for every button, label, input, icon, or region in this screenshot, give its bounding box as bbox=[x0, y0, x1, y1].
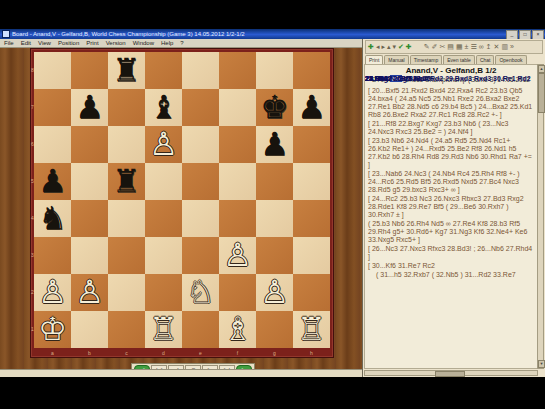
menu-item-print[interactable]: Print bbox=[86, 39, 98, 48]
hscroll-thumb[interactable] bbox=[435, 371, 465, 377]
black-pawn-piece: ♟ bbox=[260, 126, 289, 163]
tab-openbook[interactable]: Openbook bbox=[495, 55, 526, 64]
black-rook-piece: ♜ bbox=[112, 52, 141, 89]
white-pawn-piece: ♙ bbox=[223, 237, 252, 274]
notation-tabs: PrintManualTimestampEven tableChatOpenbo… bbox=[365, 55, 543, 64]
black-knight-piece: ♞ bbox=[38, 200, 67, 237]
white-pawn-piece: ♙ bbox=[38, 274, 67, 311]
square-f3[interactable]: ♙ bbox=[219, 237, 256, 274]
square-a5[interactable]: ♟ bbox=[34, 163, 71, 200]
square-d6[interactable]: ♙ bbox=[145, 126, 182, 163]
square-c3[interactable] bbox=[108, 237, 145, 274]
board-area: FileEditViewPositionPrintVersionWindowHe… bbox=[0, 39, 362, 377]
cut-icon[interactable]: ✂ bbox=[439, 41, 445, 53]
square-a4[interactable]: ♞ bbox=[34, 200, 71, 237]
square-d8[interactable] bbox=[145, 52, 182, 89]
square-e6[interactable] bbox=[182, 126, 219, 163]
notation-panel: ✚◂▸▴▾✔✚✎✐✂▤▦±☰∞↥✕▥» PrintManualTimestamp… bbox=[362, 39, 545, 377]
menu-item-version[interactable]: Version bbox=[106, 39, 126, 48]
tab-timestamp[interactable]: Timestamp bbox=[410, 55, 443, 64]
square-h3[interactable] bbox=[293, 237, 330, 274]
title-bar: Board - Anand,V - Gelfand,B, World Chess… bbox=[0, 29, 545, 39]
comment-icon[interactable]: ☰ bbox=[470, 41, 476, 53]
symbol-icon[interactable]: ± bbox=[465, 41, 469, 53]
promote-icon[interactable]: ↥ bbox=[486, 41, 492, 53]
square-f8[interactable] bbox=[219, 52, 256, 89]
white-rook-piece: ♖ bbox=[149, 311, 178, 348]
square-f6[interactable] bbox=[219, 126, 256, 163]
square-c8[interactable]: ♜ bbox=[108, 52, 145, 89]
square-e1[interactable] bbox=[182, 311, 219, 348]
square-e7[interactable] bbox=[182, 89, 219, 126]
square-c5[interactable]: ♜ bbox=[108, 163, 145, 200]
square-h7[interactable]: ♟ bbox=[293, 89, 330, 126]
file-label-e: e bbox=[182, 349, 219, 357]
square-f2[interactable] bbox=[219, 274, 256, 311]
file-label-c: c bbox=[108, 349, 145, 357]
square-h4[interactable] bbox=[293, 200, 330, 237]
square-b7[interactable]: ♟ bbox=[71, 89, 108, 126]
square-b4[interactable] bbox=[71, 200, 108, 237]
scroll-down-icon[interactable]: ▼ bbox=[538, 360, 545, 368]
tab-print[interactable]: Print bbox=[365, 55, 383, 64]
white-knight-piece: ♘ bbox=[186, 274, 215, 311]
pencil2-icon[interactable]: ✐ bbox=[432, 41, 438, 53]
square-d7[interactable]: ♝ bbox=[145, 89, 182, 126]
scroll-thumb[interactable] bbox=[538, 73, 545, 113]
tab-even-table[interactable]: Even table bbox=[443, 55, 475, 64]
file-label-f: f bbox=[219, 349, 256, 357]
white-pawn-piece: ♙ bbox=[260, 274, 289, 311]
menu-item-position[interactable]: Position bbox=[58, 39, 79, 48]
menu-item-file[interactable]: File bbox=[4, 39, 14, 48]
window-title: Board - Anand,V - Gelfand,B, World Chess… bbox=[12, 29, 482, 39]
square-a7[interactable] bbox=[34, 89, 71, 126]
ok-icon[interactable]: ✔ bbox=[398, 41, 404, 53]
square-g3[interactable] bbox=[256, 237, 293, 274]
menu-item-edit[interactable]: Edit bbox=[21, 39, 31, 48]
insert-icon[interactable]: ✚ bbox=[406, 41, 412, 53]
square-h2[interactable] bbox=[293, 274, 330, 311]
square-b3[interactable] bbox=[71, 237, 108, 274]
file-label-g: g bbox=[256, 349, 293, 357]
square-g6[interactable]: ♟ bbox=[256, 126, 293, 163]
square-c6[interactable] bbox=[108, 126, 145, 163]
copy-icon[interactable]: ▤ bbox=[447, 41, 454, 53]
up-icon[interactable]: ▴ bbox=[387, 41, 391, 53]
square-a1[interactable]: ♔ bbox=[34, 311, 71, 348]
horizontal-scrollbar[interactable] bbox=[364, 370, 538, 376]
black-bishop-piece: ♝ bbox=[149, 89, 178, 126]
application-window: Board - Anand,V - Gelfand,B, World Chess… bbox=[0, 29, 545, 377]
menu-item-window[interactable]: Window bbox=[133, 39, 154, 48]
square-e5[interactable] bbox=[182, 163, 219, 200]
square-c4[interactable] bbox=[108, 200, 145, 237]
tab-manual[interactable]: Manual bbox=[384, 55, 408, 64]
delete-icon[interactable]: ✕ bbox=[494, 41, 500, 53]
square-f7[interactable] bbox=[219, 89, 256, 126]
square-c7[interactable] bbox=[108, 89, 145, 126]
square-e4[interactable] bbox=[182, 200, 219, 237]
square-g4[interactable] bbox=[256, 200, 293, 237]
square-h6[interactable] bbox=[293, 126, 330, 163]
square-e8[interactable] bbox=[182, 52, 219, 89]
square-a6[interactable] bbox=[34, 126, 71, 163]
square-g2[interactable]: ♙ bbox=[256, 274, 293, 311]
new-variation-icon[interactable]: ✚ bbox=[368, 41, 374, 53]
square-c1[interactable] bbox=[108, 311, 145, 348]
square-b2[interactable]: ♙ bbox=[71, 274, 108, 311]
square-h5[interactable] bbox=[293, 163, 330, 200]
square-f4[interactable] bbox=[219, 200, 256, 237]
black-rook-piece: ♜ bbox=[112, 163, 141, 200]
square-f5[interactable] bbox=[219, 163, 256, 200]
menu-item-help2[interactable]: ? bbox=[180, 39, 183, 48]
square-h1[interactable]: ♖ bbox=[293, 311, 330, 348]
mainline-moves[interactable]: 27.Rb1 Nd3 28.Nd4 Rd2 29.Bxd3 Rxd3 30.Re… bbox=[365, 75, 538, 369]
file-labels: abcdefgh bbox=[34, 349, 330, 357]
paste-icon[interactable]: ▦ bbox=[456, 41, 463, 53]
black-pawn-piece: ♟ bbox=[75, 89, 104, 126]
square-g1[interactable] bbox=[256, 311, 293, 348]
square-d5[interactable] bbox=[145, 163, 182, 200]
square-c2[interactable] bbox=[108, 274, 145, 311]
menu-bar: FileEditViewPositionPrintVersionWindowHe… bbox=[0, 39, 362, 48]
white-pawn-piece: ♙ bbox=[75, 274, 104, 311]
more-icon[interactable]: » bbox=[510, 41, 514, 53]
square-b5[interactable] bbox=[71, 163, 108, 200]
square-b8[interactable] bbox=[71, 52, 108, 89]
scroll-up-icon[interactable]: ▲ bbox=[538, 65, 545, 73]
square-d3[interactable] bbox=[145, 237, 182, 274]
table-icon[interactable]: ▥ bbox=[501, 41, 508, 53]
square-g5[interactable] bbox=[256, 163, 293, 200]
file-label-h: h bbox=[293, 349, 330, 357]
down-icon[interactable]: ▾ bbox=[392, 41, 396, 53]
black-pawn-piece: ♟ bbox=[297, 89, 326, 126]
square-e2[interactable]: ♘ bbox=[182, 274, 219, 311]
square-h8[interactable] bbox=[293, 52, 330, 89]
square-f1[interactable]: ♗ bbox=[219, 311, 256, 348]
back-icon[interactable]: ◂ bbox=[376, 41, 380, 53]
vertical-scrollbar[interactable]: ▲ ▼ bbox=[537, 64, 544, 369]
white-pawn-piece: ♙ bbox=[149, 126, 178, 163]
black-pawn-piece: ♟ bbox=[38, 163, 67, 200]
square-d4[interactable] bbox=[145, 200, 182, 237]
square-g7[interactable]: ♚ bbox=[256, 89, 293, 126]
annotate-icon[interactable]: ✎ bbox=[424, 41, 430, 53]
app-icon bbox=[2, 30, 10, 38]
notation-toolbar: ✚◂▸▴▾✔✚✎✐✂▤▦±☰∞↥✕▥» bbox=[365, 40, 543, 54]
square-d1[interactable]: ♖ bbox=[145, 311, 182, 348]
tab-chat[interactable]: Chat bbox=[476, 55, 495, 64]
file-label-a: a bbox=[34, 349, 71, 357]
file-label-d: d bbox=[145, 349, 182, 357]
status-bar: C4D: Import Completely restricted Get my… bbox=[0, 369, 362, 377]
square-a8[interactable] bbox=[34, 52, 71, 89]
eval-icon[interactable]: ∞ bbox=[479, 41, 484, 53]
menu-item-view[interactable]: View bbox=[38, 39, 51, 48]
square-d2[interactable] bbox=[145, 274, 182, 311]
white-rook-piece: ♖ bbox=[297, 311, 326, 348]
notation-body: Anand,V - Gelfand,B 1/2 D70 World Chess … bbox=[364, 64, 538, 369]
square-b1[interactable] bbox=[71, 311, 108, 348]
square-a2[interactable]: ♙ bbox=[34, 274, 71, 311]
file-label-b: b bbox=[71, 349, 108, 357]
square-a3[interactable] bbox=[34, 237, 71, 274]
forward-icon[interactable]: ▸ bbox=[381, 41, 385, 53]
black-king-piece: ♚ bbox=[260, 89, 289, 126]
white-bishop-piece: ♗ bbox=[223, 311, 252, 348]
square-g8[interactable] bbox=[256, 52, 293, 89]
board-frame: 87654321 ♜♟♝♚♟♙♟♟♜♞♙♙♙♘♙♔♖♗♖ abcdefgh bbox=[30, 48, 334, 358]
menu-item-help[interactable]: Help bbox=[161, 39, 173, 48]
chess-board: ♜♟♝♚♟♙♟♟♜♞♙♙♙♘♙♔♖♗♖ bbox=[34, 52, 330, 348]
square-e3[interactable] bbox=[182, 237, 219, 274]
square-b6[interactable] bbox=[71, 126, 108, 163]
white-king-piece: ♔ bbox=[38, 311, 67, 348]
